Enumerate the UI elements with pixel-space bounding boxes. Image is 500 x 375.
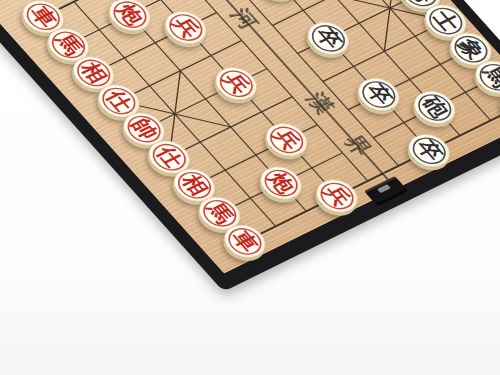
photo-stage: 楚河漢界 車馬相仕帥仕相馬車炮炮兵兵兵兵兵車馬象士將士象馬車砲砲卒卒卒卒卒 xyxy=(0,0,500,375)
clasp-button xyxy=(377,184,391,193)
